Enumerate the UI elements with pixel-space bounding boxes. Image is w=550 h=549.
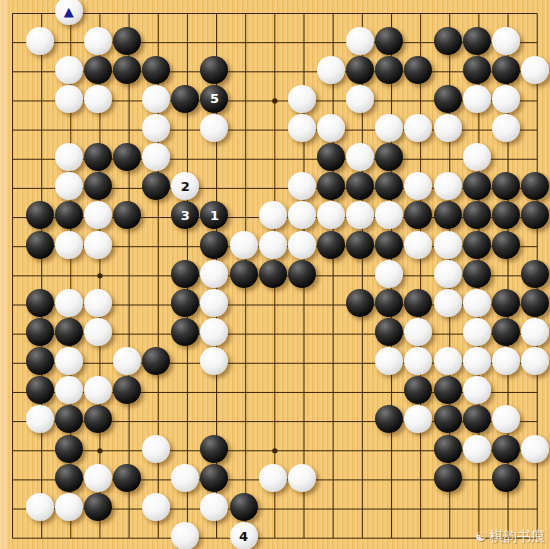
move-3-stone-black: 3 <box>171 201 199 229</box>
stone-white <box>346 85 374 113</box>
move-4-stone-white: 4 <box>230 522 258 549</box>
stone-white <box>84 376 112 404</box>
stone-black <box>375 231 403 259</box>
stone-white <box>492 347 520 375</box>
stone-white <box>200 260 228 288</box>
stone-white <box>375 201 403 229</box>
stone-white <box>84 201 112 229</box>
stone-black <box>404 56 432 84</box>
stone-black <box>26 231 54 259</box>
stone-white <box>463 318 491 346</box>
stone-black <box>375 289 403 317</box>
stone-black <box>463 56 491 84</box>
stone-black <box>113 464 141 492</box>
stone-black <box>463 172 491 200</box>
stone-white <box>55 493 83 521</box>
stone-white <box>492 85 520 113</box>
stone-black <box>434 435 462 463</box>
stone-black <box>346 56 374 84</box>
stone-black <box>26 318 54 346</box>
stone-white <box>55 143 83 171</box>
stone-white <box>84 464 112 492</box>
stone-black <box>317 143 345 171</box>
stone-white <box>142 143 170 171</box>
stone-black <box>317 231 345 259</box>
stone-white <box>55 289 83 317</box>
stone-white <box>200 114 228 142</box>
stone-white <box>463 289 491 317</box>
move-number-label: 1 <box>200 201 228 229</box>
move-2-stone-white: 2 <box>171 172 199 200</box>
stone-black <box>171 318 199 346</box>
stone-black <box>521 172 549 200</box>
stone-black <box>375 405 403 433</box>
stone-black <box>113 376 141 404</box>
stone-white <box>142 493 170 521</box>
stone-black <box>492 435 520 463</box>
stone-black <box>434 85 462 113</box>
stone-black <box>375 27 403 55</box>
stone-white <box>375 114 403 142</box>
move-1-stone-black: 1 <box>200 201 228 229</box>
stone-white <box>288 231 316 259</box>
stone-black <box>492 289 520 317</box>
move-number-label: 5 <box>200 85 228 113</box>
stone-white <box>142 435 170 463</box>
triangle-marker-icon: ▲ <box>55 0 83 25</box>
stone-white <box>434 231 462 259</box>
stone-black <box>200 464 228 492</box>
stone-white <box>200 318 228 346</box>
stone-black <box>492 318 520 346</box>
stone-black <box>113 143 141 171</box>
stone-black <box>317 172 345 200</box>
stone-white <box>200 347 228 375</box>
stone-black <box>55 464 83 492</box>
stone-black <box>463 201 491 229</box>
stone-black <box>492 201 520 229</box>
stone-white <box>317 201 345 229</box>
stone-black <box>200 231 228 259</box>
stone-black <box>346 289 374 317</box>
stone-black <box>84 493 112 521</box>
stone-black <box>288 260 316 288</box>
stone-white <box>288 85 316 113</box>
stone-white <box>434 289 462 317</box>
stone-white <box>346 143 374 171</box>
stone-white <box>346 201 374 229</box>
stone-white <box>375 347 403 375</box>
stone-black <box>492 172 520 200</box>
stone-white <box>434 347 462 375</box>
stone-black <box>434 201 462 229</box>
stone-black <box>200 435 228 463</box>
stone-white <box>521 56 549 84</box>
stone-black <box>26 347 54 375</box>
stone-white <box>404 405 432 433</box>
stone-white <box>404 318 432 346</box>
stone-white <box>404 172 432 200</box>
stone-white <box>521 347 549 375</box>
stone-black <box>463 260 491 288</box>
stone-white <box>317 114 345 142</box>
stone-black <box>113 27 141 55</box>
stone-black <box>346 231 374 259</box>
stone-black <box>492 231 520 259</box>
stone-white <box>434 172 462 200</box>
stone-white <box>434 114 462 142</box>
stone-white <box>55 56 83 84</box>
stone-black <box>171 85 199 113</box>
stone-white <box>230 231 258 259</box>
stone-white <box>521 318 549 346</box>
stone-white: ▲ <box>55 0 83 25</box>
stone-white <box>84 318 112 346</box>
stone-black <box>492 464 520 492</box>
stone-white <box>492 27 520 55</box>
stone-black <box>142 172 170 200</box>
stone-white <box>346 27 374 55</box>
stone-white <box>84 85 112 113</box>
stone-white <box>492 405 520 433</box>
stone-black <box>142 347 170 375</box>
stone-black <box>171 260 199 288</box>
stone-black <box>434 27 462 55</box>
stone-white <box>288 172 316 200</box>
stone-white <box>84 289 112 317</box>
stone-black <box>84 56 112 84</box>
stone-white <box>288 464 316 492</box>
move-number-label: 3 <box>171 201 199 229</box>
stone-white <box>84 27 112 55</box>
stone-white <box>463 143 491 171</box>
stone-black <box>375 56 403 84</box>
stone-black <box>434 376 462 404</box>
stone-white <box>404 347 432 375</box>
stone-white <box>404 231 432 259</box>
stone-black <box>375 318 403 346</box>
stone-white <box>259 201 287 229</box>
stone-black <box>375 143 403 171</box>
stone-white <box>171 522 199 549</box>
stone-white <box>142 85 170 113</box>
stone-white <box>26 27 54 55</box>
stone-black <box>84 143 112 171</box>
move-number-label: 2 <box>171 172 199 200</box>
stone-black <box>200 56 228 84</box>
stone-black <box>84 405 112 433</box>
stone-black <box>404 289 432 317</box>
stone-white <box>55 85 83 113</box>
stone-black <box>84 172 112 200</box>
stone-black <box>113 201 141 229</box>
stone-white <box>55 376 83 404</box>
stone-white <box>317 56 345 84</box>
move-5-stone-black: 5 <box>200 85 228 113</box>
stone-black <box>521 260 549 288</box>
go-board[interactable]: ▲52314 <box>0 0 550 549</box>
stone-black <box>55 405 83 433</box>
stone-black <box>26 201 54 229</box>
stone-black <box>521 289 549 317</box>
stone-black <box>492 56 520 84</box>
stone-black <box>434 464 462 492</box>
stone-black <box>463 231 491 259</box>
stone-white <box>55 231 83 259</box>
stone-white <box>259 231 287 259</box>
stone-black <box>463 405 491 433</box>
stone-white <box>171 464 199 492</box>
stone-black <box>404 376 432 404</box>
stone-white <box>26 405 54 433</box>
stone-white <box>26 493 54 521</box>
stone-white <box>200 493 228 521</box>
stone-black <box>55 435 83 463</box>
move-number-label: 4 <box>230 522 258 549</box>
stone-white <box>288 201 316 229</box>
stone-white <box>521 435 549 463</box>
stone-black <box>55 318 83 346</box>
stone-black <box>26 376 54 404</box>
stone-white <box>200 289 228 317</box>
stone-white <box>492 114 520 142</box>
stone-white <box>404 114 432 142</box>
stone-white <box>259 464 287 492</box>
stone-black <box>259 260 287 288</box>
stone-black <box>434 405 462 433</box>
stone-white <box>288 114 316 142</box>
stone-white <box>434 260 462 288</box>
stone-white <box>55 172 83 200</box>
stone-black <box>375 172 403 200</box>
stone-black <box>55 201 83 229</box>
stone-white <box>463 347 491 375</box>
stone-white <box>463 376 491 404</box>
stone-black <box>171 289 199 317</box>
stone-black <box>113 56 141 84</box>
stone-black <box>230 260 258 288</box>
stone-black <box>404 201 432 229</box>
stone-black <box>26 289 54 317</box>
stone-black <box>521 201 549 229</box>
stone-white <box>463 85 491 113</box>
stone-white <box>463 435 491 463</box>
stone-white <box>55 347 83 375</box>
stone-black <box>230 493 258 521</box>
stone-white <box>142 114 170 142</box>
stone-black <box>346 172 374 200</box>
stone-white <box>84 231 112 259</box>
go-board-screenshot: ▲52314 ☯ 棋韵书痕 <box>0 0 550 549</box>
stone-white <box>375 260 403 288</box>
stone-black <box>142 56 170 84</box>
stone-white <box>113 347 141 375</box>
stone-black <box>463 27 491 55</box>
